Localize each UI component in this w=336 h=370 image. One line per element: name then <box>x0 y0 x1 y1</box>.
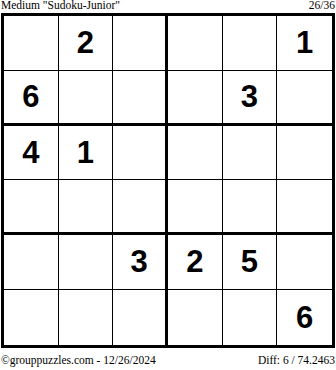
cell-r3c5[interactable] <box>223 126 278 181</box>
cell-r6c6[interactable]: 6 <box>277 290 332 345</box>
cell-r4c1[interactable] <box>4 180 59 235</box>
puzzle-title: Medium "Sudoku-Junior" <box>1 0 120 12</box>
cell-r2c3[interactable] <box>113 71 168 126</box>
cell-r6c2[interactable] <box>59 290 114 345</box>
copyright-text: ©grouppuzzles.com - 12/26/2024 <box>1 353 156 367</box>
cell-r2c1[interactable]: 6 <box>4 71 59 126</box>
cell-r5c6[interactable] <box>277 235 332 290</box>
cell-r2c2[interactable] <box>59 71 114 126</box>
cell-r3c2[interactable]: 1 <box>59 126 114 181</box>
cell-r6c1[interactable] <box>4 290 59 345</box>
cell-r1c6[interactable]: 1 <box>277 16 332 71</box>
cell-r1c3[interactable] <box>113 16 168 71</box>
header: Medium "Sudoku-Junior" 26/36 <box>1 0 335 12</box>
cell-r4c3[interactable] <box>113 180 168 235</box>
puzzle-counter: 26/36 <box>309 0 335 12</box>
cell-r3c3[interactable] <box>113 126 168 181</box>
cell-r3c4[interactable] <box>168 126 223 181</box>
cell-r2c5[interactable]: 3 <box>223 71 278 126</box>
cell-r1c5[interactable] <box>223 16 278 71</box>
cell-r1c2[interactable]: 2 <box>59 16 114 71</box>
cell-r6c4[interactable] <box>168 290 223 345</box>
cell-r2c6[interactable] <box>277 71 332 126</box>
cell-r5c5[interactable]: 5 <box>223 235 278 290</box>
footer: ©grouppuzzles.com - 12/26/2024 Diff: 6 /… <box>1 353 335 367</box>
cell-r6c3[interactable] <box>113 290 168 345</box>
sudoku-board: 2 1 6 3 4 1 3 2 5 6 <box>1 13 335 348</box>
cell-r4c2[interactable] <box>59 180 114 235</box>
cell-r3c1[interactable]: 4 <box>4 126 59 181</box>
cell-r4c5[interactable] <box>223 180 278 235</box>
cell-r4c4[interactable] <box>168 180 223 235</box>
cell-r5c4[interactable]: 2 <box>168 235 223 290</box>
difficulty-text: Diff: 6 / 74.2463 <box>258 353 335 367</box>
cell-r2c4[interactable] <box>168 71 223 126</box>
cell-r5c3[interactable]: 3 <box>113 235 168 290</box>
cell-r5c2[interactable] <box>59 235 114 290</box>
cell-r1c4[interactable] <box>168 16 223 71</box>
cell-r1c1[interactable] <box>4 16 59 71</box>
cell-r4c6[interactable] <box>277 180 332 235</box>
cell-r3c6[interactable] <box>277 126 332 181</box>
cell-r5c1[interactable] <box>4 235 59 290</box>
cell-r6c5[interactable] <box>223 290 278 345</box>
